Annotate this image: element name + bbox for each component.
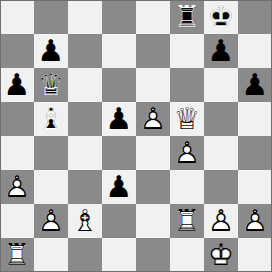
piece-black-bishop[interactable]: ♝♗ — [34, 102, 68, 136]
square-d5[interactable]: ♟ — [102, 102, 136, 136]
square-c1[interactable] — [68, 238, 102, 272]
square-d8[interactable] — [102, 0, 136, 34]
white-pawn-outline-icon: ♙ — [34, 204, 68, 238]
piece-white-pawn[interactable]: ♟♙ — [204, 204, 238, 238]
square-b2[interactable]: ♟♙ — [34, 204, 68, 238]
square-e4[interactable] — [136, 136, 170, 170]
square-f3[interactable] — [170, 170, 204, 204]
square-f1[interactable] — [170, 238, 204, 272]
piece-black-pawn[interactable]: ♟ — [204, 34, 238, 68]
black-pawn-icon: ♟ — [102, 102, 136, 136]
square-f4[interactable]: ♟♙ — [170, 136, 204, 170]
square-f7[interactable] — [170, 34, 204, 68]
square-d6[interactable] — [102, 68, 136, 102]
chess-board-frame: ♜♖♚♔♟♟♟♛♕♟♝♗♟♟♙♛♕♟♙♟♙♟♟♙♝♗♜♖♟♙♟♙♜♖♚♔ — [0, 0, 272, 272]
piece-white-bishop[interactable]: ♝♗ — [68, 204, 102, 238]
square-g3[interactable] — [204, 170, 238, 204]
piece-black-pawn[interactable]: ♟ — [102, 170, 136, 204]
white-rook-outline-icon: ♖ — [0, 238, 34, 272]
square-h3[interactable] — [238, 170, 272, 204]
square-c8[interactable] — [68, 0, 102, 34]
white-pawn-outline-icon: ♙ — [204, 204, 238, 238]
square-h7[interactable] — [238, 34, 272, 68]
square-a2[interactable] — [0, 204, 34, 238]
piece-black-pawn[interactable]: ♟ — [0, 68, 34, 102]
square-c3[interactable] — [68, 170, 102, 204]
square-a3[interactable]: ♟♙ — [0, 170, 34, 204]
square-g8[interactable]: ♚♔ — [204, 0, 238, 34]
square-b6[interactable]: ♛♕ — [34, 68, 68, 102]
white-pawn-outline-icon: ♙ — [170, 136, 204, 170]
square-d3[interactable]: ♟ — [102, 170, 136, 204]
piece-black-pawn[interactable]: ♟ — [102, 102, 136, 136]
square-f8[interactable]: ♜♖ — [170, 0, 204, 34]
black-pawn-icon: ♟ — [102, 170, 136, 204]
piece-white-king[interactable]: ♚♔ — [204, 238, 238, 272]
square-d7[interactable] — [102, 34, 136, 68]
square-a8[interactable] — [0, 0, 34, 34]
square-a6[interactable]: ♟ — [0, 68, 34, 102]
square-h4[interactable] — [238, 136, 272, 170]
square-d2[interactable] — [102, 204, 136, 238]
piece-white-pawn[interactable]: ♟♙ — [136, 102, 170, 136]
square-g1[interactable]: ♚♔ — [204, 238, 238, 272]
square-g4[interactable] — [204, 136, 238, 170]
white-bishop-outline-icon: ♗ — [68, 204, 102, 238]
white-pawn-outline-icon: ♙ — [0, 170, 34, 204]
piece-black-pawn[interactable]: ♟ — [34, 34, 68, 68]
black-bishop-detail-icon: ♗ — [34, 102, 68, 136]
square-g2[interactable]: ♟♙ — [204, 204, 238, 238]
square-c6[interactable] — [68, 68, 102, 102]
square-e7[interactable] — [136, 34, 170, 68]
black-queen-detail-icon: ♕ — [34, 68, 68, 102]
white-king-outline-icon: ♔ — [204, 238, 238, 272]
square-f6[interactable] — [170, 68, 204, 102]
square-h2[interactable]: ♟♙ — [238, 204, 272, 238]
square-h8[interactable] — [238, 0, 272, 34]
chess-board: ♜♖♚♔♟♟♟♛♕♟♝♗♟♟♙♛♕♟♙♟♙♟♟♙♝♗♜♖♟♙♟♙♜♖♚♔ — [0, 0, 272, 272]
white-pawn-outline-icon: ♙ — [238, 204, 272, 238]
piece-white-pawn[interactable]: ♟♙ — [238, 204, 272, 238]
square-e8[interactable] — [136, 0, 170, 34]
piece-black-rook[interactable]: ♜♖ — [170, 0, 204, 34]
square-c2[interactable]: ♝♗ — [68, 204, 102, 238]
square-b7[interactable]: ♟ — [34, 34, 68, 68]
square-h6[interactable]: ♟ — [238, 68, 272, 102]
square-c5[interactable] — [68, 102, 102, 136]
square-g5[interactable] — [204, 102, 238, 136]
square-f2[interactable]: ♜♖ — [170, 204, 204, 238]
black-king-detail-icon: ♔ — [204, 0, 238, 34]
square-e1[interactable] — [136, 238, 170, 272]
square-a7[interactable] — [0, 34, 34, 68]
white-rook-outline-icon: ♖ — [170, 204, 204, 238]
square-b4[interactable] — [34, 136, 68, 170]
square-g6[interactable] — [204, 68, 238, 102]
square-g7[interactable]: ♟ — [204, 34, 238, 68]
piece-white-pawn[interactable]: ♟♙ — [170, 136, 204, 170]
piece-black-queen[interactable]: ♛♕ — [34, 68, 68, 102]
black-pawn-icon: ♟ — [0, 68, 34, 102]
square-b1[interactable] — [34, 238, 68, 272]
black-pawn-icon: ♟ — [204, 34, 238, 68]
square-c7[interactable] — [68, 34, 102, 68]
square-b8[interactable] — [34, 0, 68, 34]
black-pawn-icon: ♟ — [34, 34, 68, 68]
white-pawn-outline-icon: ♙ — [136, 102, 170, 136]
square-d1[interactable] — [102, 238, 136, 272]
square-a1[interactable]: ♜♖ — [0, 238, 34, 272]
square-h5[interactable] — [238, 102, 272, 136]
square-e2[interactable] — [136, 204, 170, 238]
black-pawn-icon: ♟ — [238, 68, 272, 102]
square-e6[interactable] — [136, 68, 170, 102]
square-e3[interactable] — [136, 170, 170, 204]
piece-white-rook[interactable]: ♜♖ — [0, 238, 34, 272]
square-f5[interactable]: ♛♕ — [170, 102, 204, 136]
square-a5[interactable] — [0, 102, 34, 136]
square-b3[interactable] — [34, 170, 68, 204]
piece-white-pawn[interactable]: ♟♙ — [0, 170, 34, 204]
square-e5[interactable]: ♟♙ — [136, 102, 170, 136]
piece-white-queen[interactable]: ♛♕ — [170, 102, 204, 136]
piece-white-pawn[interactable]: ♟♙ — [34, 204, 68, 238]
square-b5[interactable]: ♝♗ — [34, 102, 68, 136]
square-c4[interactable] — [68, 136, 102, 170]
black-rook-detail-icon: ♖ — [170, 0, 204, 34]
piece-white-rook[interactable]: ♜♖ — [170, 204, 204, 238]
square-h1[interactable] — [238, 238, 272, 272]
square-d4[interactable] — [102, 136, 136, 170]
piece-black-pawn[interactable]: ♟ — [238, 68, 272, 102]
white-queen-outline-icon: ♕ — [170, 102, 204, 136]
piece-black-king[interactable]: ♚♔ — [204, 0, 238, 34]
square-a4[interactable] — [0, 136, 34, 170]
